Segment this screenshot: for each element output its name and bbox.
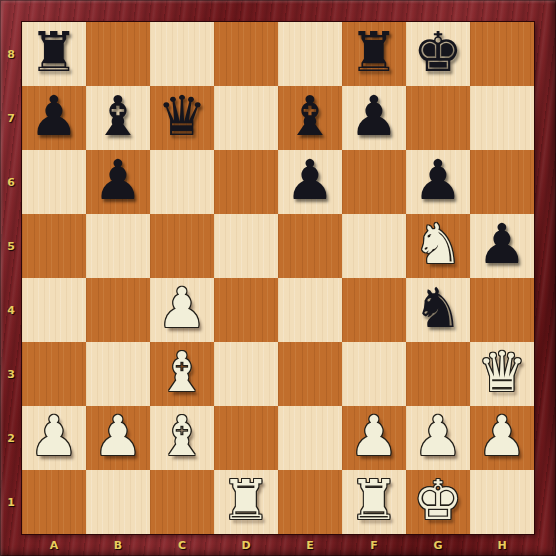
rank-label-6: 6 [0,150,22,214]
square-f6[interactable] [342,150,406,214]
square-c2[interactable]: ♝ [150,406,214,470]
square-e4[interactable] [278,278,342,342]
square-c1[interactable] [150,470,214,534]
square-g3[interactable] [406,342,470,406]
square-h1[interactable] [470,470,534,534]
rank-label-7: 7 [0,86,22,150]
square-h5[interactable]: ♟ [470,214,534,278]
square-c5[interactable] [150,214,214,278]
white-queen-h3[interactable]: ♛ [477,345,526,400]
file-label-h: H [470,534,534,556]
square-h6[interactable] [470,150,534,214]
square-c8[interactable] [150,22,214,86]
square-f4[interactable] [342,278,406,342]
white-rook-f1[interactable]: ♜ [349,473,398,528]
white-bishop-c3[interactable]: ♝ [157,345,206,400]
square-e1[interactable] [278,470,342,534]
square-g5[interactable]: ♞ [406,214,470,278]
square-a1[interactable] [22,470,86,534]
square-d6[interactable] [214,150,278,214]
white-knight-g5[interactable]: ♞ [413,217,462,272]
square-f7[interactable]: ♟ [342,86,406,150]
square-c3[interactable]: ♝ [150,342,214,406]
rank-label-4: 4 [0,278,22,342]
square-e3[interactable] [278,342,342,406]
white-pawn-f2[interactable]: ♟ [349,409,398,464]
file-label-e: E [278,534,342,556]
black-rook-f8[interactable]: ♜ [349,25,398,80]
square-g4[interactable]: ♞ [406,278,470,342]
square-f2[interactable]: ♟ [342,406,406,470]
square-e7[interactable]: ♝ [278,86,342,150]
square-d1[interactable]: ♜ [214,470,278,534]
black-bishop-e7[interactable]: ♝ [285,89,334,144]
file-label-f: F [342,534,406,556]
file-label-c: C [150,534,214,556]
black-knight-g4[interactable]: ♞ [413,281,462,336]
file-label-a: A [22,534,86,556]
black-king-g8[interactable]: ♚ [413,25,462,80]
white-pawn-b2[interactable]: ♟ [93,409,142,464]
white-bishop-c2[interactable]: ♝ [157,409,206,464]
square-e6[interactable]: ♟ [278,150,342,214]
square-a3[interactable] [22,342,86,406]
square-g7[interactable] [406,86,470,150]
board-frame: ♜♜♚♟♝♛♝♟♟♟♟♞♟♟♞♝♛♟♟♝♟♟♟♜♜♚ 87654321 ABCD… [0,0,556,556]
square-f3[interactable] [342,342,406,406]
white-rook-d1[interactable]: ♜ [221,473,270,528]
rank-label-1: 1 [0,470,22,534]
black-pawn-g6[interactable]: ♟ [413,153,462,208]
square-h3[interactable]: ♛ [470,342,534,406]
square-f1[interactable]: ♜ [342,470,406,534]
square-a8[interactable]: ♜ [22,22,86,86]
file-label-d: D [214,534,278,556]
square-f8[interactable]: ♜ [342,22,406,86]
black-bishop-b7[interactable]: ♝ [93,89,142,144]
square-c7[interactable]: ♛ [150,86,214,150]
square-h8[interactable] [470,22,534,86]
square-a2[interactable]: ♟ [22,406,86,470]
white-pawn-c4[interactable]: ♟ [157,281,206,336]
rank-label-5: 5 [0,214,22,278]
black-pawn-b6[interactable]: ♟ [93,153,142,208]
square-e8[interactable] [278,22,342,86]
square-c4[interactable]: ♟ [150,278,214,342]
square-b2[interactable]: ♟ [86,406,150,470]
square-b8[interactable] [86,22,150,86]
rank-label-3: 3 [0,342,22,406]
square-a7[interactable]: ♟ [22,86,86,150]
square-b4[interactable] [86,278,150,342]
square-b3[interactable] [86,342,150,406]
square-h7[interactable] [470,86,534,150]
square-g6[interactable]: ♟ [406,150,470,214]
square-d5[interactable] [214,214,278,278]
square-d3[interactable] [214,342,278,406]
square-a6[interactable] [22,150,86,214]
black-pawn-h5[interactable]: ♟ [477,217,526,272]
white-pawn-a2[interactable]: ♟ [29,409,78,464]
square-e2[interactable] [278,406,342,470]
square-d4[interactable] [214,278,278,342]
black-pawn-a7[interactable]: ♟ [29,89,78,144]
square-b6[interactable]: ♟ [86,150,150,214]
black-pawn-f7[interactable]: ♟ [349,89,398,144]
square-a4[interactable] [22,278,86,342]
square-f5[interactable] [342,214,406,278]
square-b1[interactable] [86,470,150,534]
rank-label-8: 8 [0,22,22,86]
square-b5[interactable] [86,214,150,278]
square-d7[interactable] [214,86,278,150]
white-king-g1[interactable]: ♚ [413,473,462,528]
file-label-b: B [86,534,150,556]
square-c6[interactable] [150,150,214,214]
black-queen-c7[interactable]: ♛ [157,89,206,144]
chess-board: ♜♜♚♟♝♛♝♟♟♟♟♞♟♟♞♝♛♟♟♝♟♟♟♜♜♚ [22,22,534,534]
square-h4[interactable] [470,278,534,342]
file-label-g: G [406,534,470,556]
square-g1[interactable]: ♚ [406,470,470,534]
white-pawn-h2[interactable]: ♟ [477,409,526,464]
square-e5[interactable] [278,214,342,278]
square-g2[interactable]: ♟ [406,406,470,470]
square-g8[interactable]: ♚ [406,22,470,86]
square-d8[interactable] [214,22,278,86]
white-pawn-g2[interactable]: ♟ [413,409,462,464]
black-rook-a8[interactable]: ♜ [29,25,78,80]
square-d2[interactable] [214,406,278,470]
square-b7[interactable]: ♝ [86,86,150,150]
rank-label-2: 2 [0,406,22,470]
black-pawn-e6[interactable]: ♟ [285,153,334,208]
square-a5[interactable] [22,214,86,278]
square-h2[interactable]: ♟ [470,406,534,470]
